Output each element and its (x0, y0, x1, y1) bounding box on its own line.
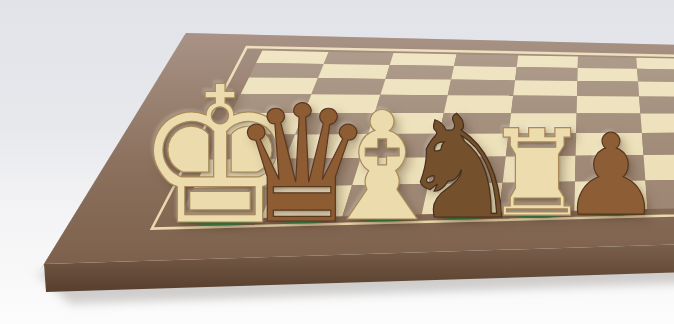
scene: ♚♛♝♞♜♟ (0, 0, 674, 324)
pieces-layer: ♚♛♝♞♜♟ (0, 0, 674, 324)
piece-black-pawn[interactable]: ♟ (561, 119, 661, 231)
